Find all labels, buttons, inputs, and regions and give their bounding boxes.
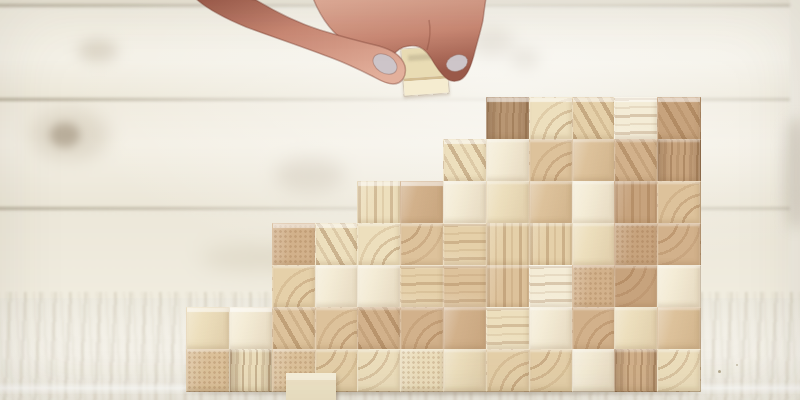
wood-block xyxy=(357,265,401,308)
wall-smudge xyxy=(784,118,800,228)
wood-block xyxy=(657,223,701,266)
wood-block xyxy=(400,349,444,392)
wood-block xyxy=(400,181,444,224)
wood-block xyxy=(315,223,359,266)
wood-block xyxy=(572,223,616,266)
wood-block xyxy=(657,265,701,308)
wood-block xyxy=(229,349,273,392)
crumb xyxy=(736,364,738,366)
wood-block xyxy=(443,223,487,266)
wood-block xyxy=(572,349,616,392)
wood-block xyxy=(614,307,658,350)
wood-block xyxy=(486,265,530,308)
wood-block xyxy=(529,265,573,308)
wood-block xyxy=(486,307,530,350)
wood-block xyxy=(614,97,658,140)
wood-block xyxy=(272,223,316,266)
wood-block xyxy=(572,265,616,308)
wood-block xyxy=(614,265,658,308)
wood-block xyxy=(529,97,573,140)
wood-block xyxy=(572,181,616,224)
wood-block xyxy=(529,139,573,182)
wood-block xyxy=(657,139,701,182)
wood-block xyxy=(400,265,444,308)
wood-block xyxy=(272,307,316,350)
wood-block xyxy=(614,181,658,224)
crumb xyxy=(718,370,721,373)
wood-block xyxy=(486,349,530,392)
wood-block xyxy=(486,139,530,182)
wood-block xyxy=(400,223,444,266)
wood-block xyxy=(357,307,401,350)
wood-block xyxy=(400,307,444,350)
wood-block xyxy=(657,349,701,392)
wood-block xyxy=(657,97,701,140)
wood-block xyxy=(443,265,487,308)
wood-block xyxy=(529,181,573,224)
hand xyxy=(180,0,510,112)
wood-block xyxy=(443,181,487,224)
wood-block xyxy=(357,223,401,266)
wood-block xyxy=(315,265,359,308)
wood-block xyxy=(572,97,616,140)
wood-block xyxy=(186,349,230,392)
wood-block xyxy=(614,223,658,266)
wood-block xyxy=(486,181,530,224)
wood-block xyxy=(443,349,487,392)
floor-block-front-face xyxy=(286,380,336,400)
wood-block xyxy=(315,307,359,350)
floor-block xyxy=(286,373,336,400)
wood-block xyxy=(272,265,316,308)
scene xyxy=(0,0,800,400)
wood-block xyxy=(443,307,487,350)
wood-block xyxy=(572,139,616,182)
wood-block xyxy=(529,307,573,350)
wood-block xyxy=(614,349,658,392)
wood-block xyxy=(357,181,401,224)
wood-block xyxy=(657,181,701,224)
wood-block xyxy=(229,307,273,350)
wood-block xyxy=(357,349,401,392)
block-stack xyxy=(186,97,700,391)
wood-block xyxy=(614,139,658,182)
wood-block xyxy=(186,307,230,350)
wood-block xyxy=(486,223,530,266)
wood-block xyxy=(529,223,573,266)
wood-block xyxy=(529,349,573,392)
wood-block xyxy=(443,139,487,182)
wood-block xyxy=(572,307,616,350)
wood-block xyxy=(657,307,701,350)
